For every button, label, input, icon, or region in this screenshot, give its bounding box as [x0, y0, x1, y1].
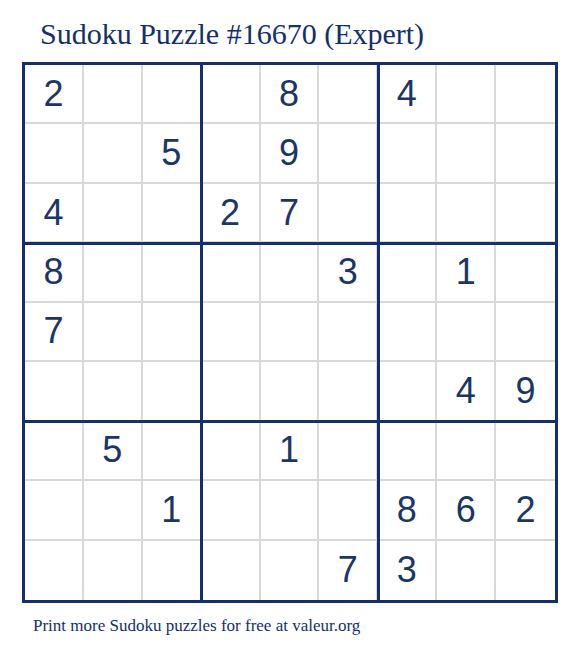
cell-r7c8[interactable] — [437, 422, 496, 481]
cell-r2c9[interactable] — [496, 124, 555, 183]
cell-r4c3[interactable] — [143, 243, 202, 302]
cell-r3c4[interactable]: 2 — [202, 184, 261, 243]
cell-r3c6[interactable] — [319, 184, 378, 243]
cell-r1c1[interactable]: 2 — [25, 65, 84, 124]
cell-r7c1[interactable] — [25, 422, 84, 481]
cell-r3c5[interactable]: 7 — [261, 184, 320, 243]
sudoku-board: 2845942783174951186273 — [22, 62, 558, 603]
cell-r6c8[interactable]: 4 — [437, 362, 496, 421]
cell-r8c2[interactable] — [84, 481, 143, 540]
cell-r6c4[interactable] — [202, 362, 261, 421]
cell-r6c2[interactable] — [84, 362, 143, 421]
cell-r8c8[interactable]: 6 — [437, 481, 496, 540]
cell-r9c8[interactable] — [437, 541, 496, 600]
cell-r6c7[interactable] — [378, 362, 437, 421]
cell-r9c3[interactable] — [143, 541, 202, 600]
cell-r8c7[interactable]: 8 — [378, 481, 437, 540]
cell-r5c6[interactable] — [319, 303, 378, 362]
page-title: Sudoku Puzzle #16670 (Expert) — [40, 17, 424, 50]
cell-r5c3[interactable] — [143, 303, 202, 362]
cell-r5c4[interactable] — [202, 303, 261, 362]
cell-r2c3[interactable]: 5 — [143, 124, 202, 183]
cell-r3c9[interactable] — [496, 184, 555, 243]
cell-r9c6[interactable]: 7 — [319, 541, 378, 600]
cell-r1c5[interactable]: 8 — [261, 65, 320, 124]
cell-r7c6[interactable] — [319, 422, 378, 481]
cell-r1c7[interactable]: 4 — [378, 65, 437, 124]
cell-r8c9[interactable]: 2 — [496, 481, 555, 540]
box-divider-vertical-2 — [377, 65, 380, 600]
cell-r6c6[interactable] — [319, 362, 378, 421]
cell-r3c2[interactable] — [84, 184, 143, 243]
cell-r4c9[interactable] — [496, 243, 555, 302]
cell-r5c8[interactable] — [437, 303, 496, 362]
box-divider-horizontal-1 — [25, 242, 555, 245]
cell-r8c3[interactable]: 1 — [143, 481, 202, 540]
cell-r7c7[interactable] — [378, 422, 437, 481]
cell-r4c4[interactable] — [202, 243, 261, 302]
cell-r8c6[interactable] — [319, 481, 378, 540]
cell-r1c4[interactable] — [202, 65, 261, 124]
cell-r8c4[interactable] — [202, 481, 261, 540]
cell-r2c6[interactable] — [319, 124, 378, 183]
cell-r7c4[interactable] — [202, 422, 261, 481]
cell-r5c1[interactable]: 7 — [25, 303, 84, 362]
cell-r4c5[interactable] — [261, 243, 320, 302]
cell-r1c3[interactable] — [143, 65, 202, 124]
cell-r7c5[interactable]: 1 — [261, 422, 320, 481]
cell-r2c4[interactable] — [202, 124, 261, 183]
cell-r6c9[interactable]: 9 — [496, 362, 555, 421]
cell-r9c7[interactable]: 3 — [378, 541, 437, 600]
cell-r3c3[interactable] — [143, 184, 202, 243]
cell-r6c1[interactable] — [25, 362, 84, 421]
box-divider-horizontal-2 — [25, 420, 555, 423]
cell-r3c7[interactable] — [378, 184, 437, 243]
cell-r1c6[interactable] — [319, 65, 378, 124]
cell-r5c5[interactable] — [261, 303, 320, 362]
cell-r8c1[interactable] — [25, 481, 84, 540]
cell-r7c3[interactable] — [143, 422, 202, 481]
cell-r4c8[interactable]: 1 — [437, 243, 496, 302]
cell-r7c2[interactable]: 5 — [84, 422, 143, 481]
cell-r1c8[interactable] — [437, 65, 496, 124]
cell-r6c5[interactable] — [261, 362, 320, 421]
cell-r4c6[interactable]: 3 — [319, 243, 378, 302]
cell-r2c7[interactable] — [378, 124, 437, 183]
cell-r9c5[interactable] — [261, 541, 320, 600]
cell-r9c9[interactable] — [496, 541, 555, 600]
cell-r2c5[interactable]: 9 — [261, 124, 320, 183]
cell-r3c1[interactable]: 4 — [25, 184, 84, 243]
footer-text: Print more Sudoku puzzles for free at va… — [33, 616, 360, 636]
cell-r3c8[interactable] — [437, 184, 496, 243]
cell-r2c1[interactable] — [25, 124, 84, 183]
cell-r2c2[interactable] — [84, 124, 143, 183]
cell-r1c9[interactable] — [496, 65, 555, 124]
cell-r6c3[interactable] — [143, 362, 202, 421]
cell-r7c9[interactable] — [496, 422, 555, 481]
cell-r9c1[interactable] — [25, 541, 84, 600]
box-divider-vertical-1 — [200, 65, 203, 600]
cell-r5c2[interactable] — [84, 303, 143, 362]
cell-r2c8[interactable] — [437, 124, 496, 183]
cell-r8c5[interactable] — [261, 481, 320, 540]
cell-r4c7[interactable] — [378, 243, 437, 302]
cell-r5c7[interactable] — [378, 303, 437, 362]
cell-r1c2[interactable] — [84, 65, 143, 124]
cell-r9c2[interactable] — [84, 541, 143, 600]
cell-r4c1[interactable]: 8 — [25, 243, 84, 302]
cell-r5c9[interactable] — [496, 303, 555, 362]
cell-r9c4[interactable] — [202, 541, 261, 600]
cell-r4c2[interactable] — [84, 243, 143, 302]
